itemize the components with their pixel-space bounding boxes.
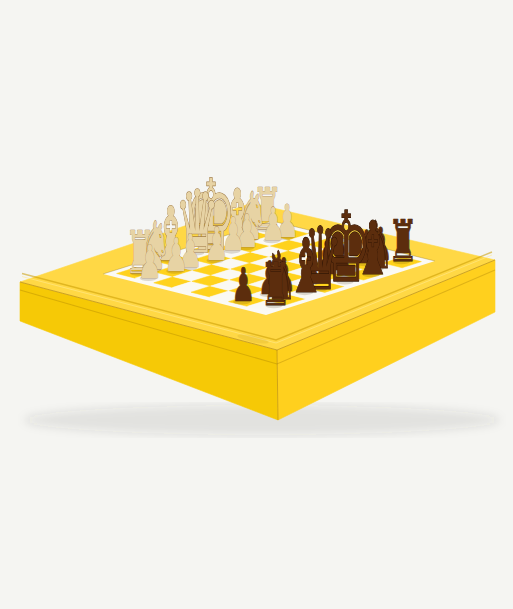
- product-photo-chess-set: Bright yellow lacquered wooden chess box…: [0, 0, 513, 609]
- chess-box-illustration: ♜♟♞♟♝♟♚♟♛♝♟♟♜♟♟♞♞♟♟♜♟♝♟♚♟♛♟♝♟♞♟♜: [0, 0, 513, 609]
- white-pawn-glyph: ♟: [205, 217, 229, 271]
- piece-white-pawn-b2: ♟: [164, 228, 188, 282]
- piece-black-rook-a8: ♜: [260, 251, 290, 318]
- piece-white-pawn-a2: ♟: [138, 235, 162, 289]
- piece-black-pawn-a7: ♟: [231, 258, 255, 312]
- piece-white-pawn-d2: ♟: [205, 217, 229, 271]
- black-rook-glyph: ♜: [260, 251, 290, 318]
- black-pawn-glyph: ♟: [231, 258, 255, 312]
- white-pawn-glyph: ♟: [164, 228, 188, 282]
- white-pawn-glyph: ♟: [138, 235, 162, 289]
